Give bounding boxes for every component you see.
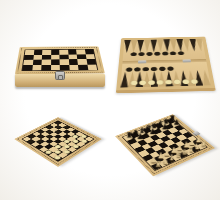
backgammon-point — [189, 39, 198, 52]
square-h1 — [87, 64, 97, 70]
light-backgammon-checker: ● — [173, 79, 181, 85]
product-photo-collage: ●●●●●●● ●●●●●● ●●●●●●●● ●●●●●●●●●●●●●●●●… — [0, 0, 220, 200]
dark-backgammon-checker: ● — [177, 51, 184, 56]
dark-backgammon-checker: ● — [146, 51, 153, 56]
light-backgammon-checker: ● — [139, 80, 147, 86]
light-backgammon-checker: ● — [148, 79, 156, 85]
light-backgammon-checker: ● — [156, 79, 164, 85]
chess-board: ♜♞♝♛♚♝♞♜♟♟♟♟♟♟♟♟♟♟♟♟♟♟♟♟♜♞♝♛♚♝♞♜ — [115, 114, 215, 176]
chess-grid: ♜♞♝♛♚♝♞♜♟♟♟♟♟♟♟♟♟♟♟♟♟♟♟♟♜♞♝♛♚♝♞♜ — [122, 118, 208, 171]
dark-backgammon-checker: ● — [154, 51, 161, 56]
square-e1 — [60, 65, 69, 71]
black-pawn: ♟ — [136, 133, 143, 140]
light-backgammon-checker: ● — [190, 78, 198, 84]
near-dark-checkers-row: ●●●●●● — [125, 66, 174, 73]
checkers-board: ●●●●●●●●●●●●●●●●●●●●●●●● — [14, 117, 102, 167]
dark-backgammon-checker: ● — [134, 66, 142, 72]
dark-backgammon-checker: ● — [130, 52, 137, 57]
dark-backgammon-checker: ● — [142, 66, 149, 72]
square-c1 — [41, 65, 50, 71]
light-backgammon-checker: ● — [165, 79, 173, 85]
box-front-panel — [15, 74, 105, 87]
dark-backgammon-checker: ● — [162, 51, 169, 56]
lid-checkerboard-grid — [21, 49, 98, 71]
square-a1: ♜ — [151, 163, 162, 171]
view-closed-box[interactable] — [10, 6, 110, 96]
backgammon-point — [196, 39, 205, 52]
dark-backgammon-checker: ● — [159, 66, 167, 72]
view-backgammon[interactable]: ●●●●●●● ●●●●●● ●●●●●●●● — [114, 2, 218, 96]
view-checkers[interactable]: ●●●●●●●●●●●●●●●●●●●●●●●● — [4, 98, 112, 196]
backgammon-board: ●●●●●●● ●●●●●● ●●●●●●●● — [116, 37, 216, 94]
dark-backgammon-checker: ● — [125, 67, 133, 73]
square-d1 — [51, 65, 60, 71]
black-pawn: ♟ — [130, 136, 138, 144]
dark-backgammon-checker: ● — [150, 66, 157, 72]
metal-clasp-icon — [55, 71, 65, 80]
checkers-grid: ●●●●●●●●●●●●●●●●●●●●●●●● — [21, 120, 95, 162]
white-rook: ♜ — [154, 160, 162, 168]
light-backgammon-checker: ● — [130, 80, 138, 86]
square-a7: ♟ — [127, 138, 137, 144]
dark-backgammon-checker: ● — [170, 51, 177, 56]
backgammon-point — [120, 72, 129, 88]
dark-backgammon-checker: ● — [138, 51, 145, 56]
square-b1 — [32, 65, 42, 71]
view-chess[interactable]: ♜♞♝♛♚♝♞♜♟♟♟♟♟♟♟♟♟♟♟♟♟♟♟♟♜♞♝♛♚♝♞♜ — [110, 96, 220, 198]
light-backgammon-checker: ● — [182, 79, 190, 85]
dark-backgammon-checker: ● — [167, 66, 175, 72]
